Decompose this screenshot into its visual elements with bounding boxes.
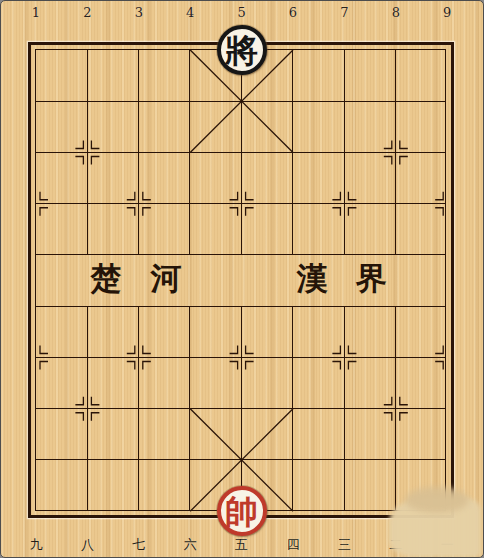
board-cell[interactable] (344, 101, 395, 152)
board-cell[interactable] (87, 203, 138, 254)
board-cell[interactable] (292, 152, 343, 203)
file-label-bottom-8: 二 (389, 538, 402, 551)
board-cell[interactable] (241, 203, 292, 254)
board-cell[interactable] (87, 357, 138, 408)
board-cell[interactable] (292, 408, 343, 459)
board-cell[interactable] (35, 203, 86, 254)
board-cell[interactable] (35, 101, 86, 152)
file-label-bottom-9: 一 (441, 538, 454, 551)
board-cell[interactable] (138, 203, 189, 254)
file-label-bottom-4: 六 (184, 538, 197, 551)
board-cell[interactable] (241, 357, 292, 408)
file-label-bottom-5: 五 (235, 538, 248, 551)
board-cell[interactable] (292, 49, 343, 100)
board-cell[interactable] (292, 459, 343, 510)
board-cell[interactable] (292, 306, 343, 357)
board-cell[interactable] (344, 152, 395, 203)
board-cell[interactable] (35, 408, 86, 459)
board-cell[interactable] (35, 306, 86, 357)
board-cell[interactable] (344, 459, 395, 510)
xiangqi-board: 123456789 九八七六五四三二一 楚 河 漢 界 將帥 (0, 0, 484, 558)
board-cell[interactable] (138, 49, 189, 100)
board-cell[interactable] (138, 306, 189, 357)
board-cell[interactable] (35, 254, 86, 305)
board-cell[interactable] (292, 101, 343, 152)
board-cell[interactable] (395, 459, 446, 510)
file-label-top-8: 8 (392, 6, 400, 19)
board-cell[interactable] (87, 49, 138, 100)
board-cell[interactable] (395, 357, 446, 408)
river-text-jie: 界 (356, 263, 387, 294)
board-cell[interactable] (35, 357, 86, 408)
board-cell[interactable] (35, 49, 86, 100)
board-cell[interactable] (241, 408, 292, 459)
board-cell[interactable] (87, 101, 138, 152)
board-cell[interactable] (344, 203, 395, 254)
board-cell[interactable] (344, 306, 395, 357)
piece-black-general[interactable]: 將 (217, 25, 267, 75)
board-cell[interactable] (395, 408, 446, 459)
river-text-chu: 楚 (91, 263, 122, 294)
river-text-he: 河 (151, 263, 182, 294)
board-cell[interactable] (395, 254, 446, 305)
river-text-han: 漢 (297, 263, 328, 294)
board-cell[interactable] (241, 152, 292, 203)
board-cell[interactable] (344, 49, 395, 100)
board-cell[interactable] (395, 203, 446, 254)
board-cell[interactable] (344, 408, 395, 459)
board-cell[interactable] (395, 101, 446, 152)
file-label-top-7: 7 (340, 6, 348, 19)
board-cell[interactable] (189, 203, 240, 254)
board-cell[interactable] (138, 357, 189, 408)
board-cell[interactable] (35, 459, 86, 510)
file-label-top-5: 5 (237, 6, 245, 19)
board-cell[interactable] (344, 357, 395, 408)
board-cell[interactable] (241, 101, 292, 152)
board-cell[interactable] (138, 152, 189, 203)
board-cell[interactable] (292, 357, 343, 408)
board-cell[interactable] (87, 152, 138, 203)
piece-red-general[interactable]: 帥 (217, 486, 267, 536)
board-cell[interactable] (35, 152, 86, 203)
file-label-bottom-6: 四 (287, 538, 300, 551)
file-label-top-2: 2 (83, 6, 91, 19)
board-cell[interactable] (395, 49, 446, 100)
board-cell[interactable] (138, 408, 189, 459)
board-cell[interactable] (87, 459, 138, 510)
board-cell[interactable] (292, 203, 343, 254)
board-cell[interactable] (395, 306, 446, 357)
board-cell[interactable] (241, 306, 292, 357)
board-cell[interactable] (241, 254, 292, 305)
file-label-top-3: 3 (135, 6, 143, 19)
board-cell[interactable] (189, 408, 240, 459)
file-label-top-1: 1 (32, 6, 40, 19)
file-label-bottom-2: 八 (81, 538, 94, 551)
board-cell[interactable] (189, 306, 240, 357)
board-cell[interactable] (189, 152, 240, 203)
board-cell[interactable] (87, 306, 138, 357)
board-cell[interactable] (189, 357, 240, 408)
file-label-top-6: 6 (289, 6, 297, 19)
board-cell[interactable] (395, 152, 446, 203)
file-label-top-9: 9 (443, 6, 451, 19)
file-label-top-4: 4 (186, 6, 194, 19)
board-cell[interactable] (189, 254, 240, 305)
board-cell[interactable] (138, 459, 189, 510)
file-label-bottom-3: 七 (132, 538, 145, 551)
board-cell[interactable] (87, 408, 138, 459)
file-label-bottom-7: 三 (338, 538, 351, 551)
board-cell[interactable] (189, 101, 240, 152)
board-cell[interactable] (138, 101, 189, 152)
file-label-bottom-1: 九 (30, 538, 43, 551)
